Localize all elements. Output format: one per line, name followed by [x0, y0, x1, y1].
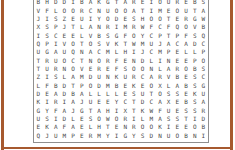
letter-cell: S: [190, 106, 199, 114]
letter-cell: S: [190, 73, 199, 81]
letter-cell: B: [182, 98, 191, 106]
letter-cell: R: [43, 56, 52, 64]
letter-cell: R: [104, 23, 113, 31]
letter-cell: E: [69, 31, 78, 39]
letter-cell: N: [164, 56, 173, 64]
letter-cell: N: [147, 65, 156, 73]
letter-cell: M: [156, 48, 165, 56]
letter-cell: L: [60, 73, 69, 81]
letter-cell: Y: [43, 106, 52, 114]
letter-cell: E: [121, 56, 130, 64]
letter-cell: A: [199, 6, 208, 14]
letter-cell: K: [138, 106, 147, 114]
letter-cell: S: [51, 15, 60, 23]
letter-cell: G: [77, 106, 86, 114]
letter-cell: E: [164, 6, 173, 14]
letter-cell: C: [147, 31, 156, 39]
letter-cell: I: [43, 98, 52, 106]
letter-cell: I: [60, 98, 69, 106]
letter-cell: U: [121, 73, 130, 81]
letter-cell: P: [43, 40, 52, 48]
letter-cell: B: [69, 90, 78, 98]
letter-cell: T: [34, 65, 43, 73]
letter-cell: D: [86, 73, 95, 81]
letter-cell: O: [130, 65, 139, 73]
letter-cell: B: [182, 132, 191, 140]
letter-cell: U: [77, 15, 86, 23]
letter-cell: J: [60, 23, 69, 31]
letter-cell: A: [164, 40, 173, 48]
letter-cell: G: [43, 48, 52, 56]
letter-cell: N: [156, 132, 165, 140]
letter-cell: Q: [69, 48, 78, 56]
letter-cell: I: [43, 73, 52, 81]
letter-cell: T: [147, 90, 156, 98]
letter-cell: F: [112, 56, 121, 64]
letter-cell: W: [199, 15, 208, 23]
letter-cell: T: [130, 98, 139, 106]
letter-cell: G: [112, 31, 121, 39]
letter-cell: U: [164, 106, 173, 114]
letter-cell: O: [138, 123, 147, 131]
letter-cell: M: [104, 48, 113, 56]
letter-cell: Q: [34, 132, 43, 140]
letter-cell: E: [173, 123, 182, 131]
letter-cell: M: [147, 115, 156, 123]
letter-cell: R: [51, 98, 60, 106]
letter-cell: J: [34, 15, 43, 23]
letter-cell: P: [156, 31, 165, 39]
letter-cell: X: [121, 106, 130, 114]
letter-cell: C: [86, 6, 95, 14]
letter-cell: H: [104, 106, 113, 114]
letter-cell: D: [199, 115, 208, 123]
letter-cell: F: [43, 81, 52, 89]
letter-cell: U: [51, 132, 60, 140]
letter-cell: H: [138, 15, 147, 23]
letter-cell: U: [34, 115, 43, 123]
letter-cell: V: [164, 73, 173, 81]
letter-cell: Y: [138, 31, 147, 39]
letter-cell: J: [69, 106, 78, 114]
letter-cell: M: [77, 73, 86, 81]
letter-cell: R: [199, 106, 208, 114]
letter-cell: U: [199, 90, 208, 98]
letter-cell: O: [60, 56, 69, 64]
letter-cell: K: [130, 81, 139, 89]
letter-cell: L: [95, 90, 104, 98]
letter-cell: F: [147, 23, 156, 31]
letter-cell: S: [43, 31, 52, 39]
letter-cell: E: [69, 15, 78, 23]
letter-cell: S: [130, 90, 139, 98]
letter-cell: M: [95, 132, 104, 140]
letter-cell: E: [138, 81, 147, 89]
letter-cell: I: [112, 23, 121, 31]
letter-cell: N: [130, 56, 139, 64]
letter-cell: K: [43, 123, 52, 131]
letter-cell: O: [86, 81, 95, 89]
letter-cell: W: [104, 115, 113, 123]
letter-cell: F: [121, 31, 130, 39]
letter-cell: G: [190, 15, 199, 23]
letter-cell: B: [199, 123, 208, 131]
letter-cell: A: [86, 23, 95, 31]
letter-cell: C: [199, 40, 208, 48]
letter-cell: O: [86, 40, 95, 48]
letter-cell: I: [112, 106, 121, 114]
letter-cell: E: [34, 123, 43, 131]
letter-cell: E: [173, 48, 182, 56]
letter-cell: L: [86, 123, 95, 131]
letter-cell: D: [190, 40, 199, 48]
letter-cell: L: [104, 90, 113, 98]
letter-cell: R: [182, 15, 191, 23]
word-search-page: { "game": { "type": "word-search", "them…: [0, 0, 235, 150]
letter-cell: Q: [199, 31, 208, 39]
letter-cell: E: [77, 132, 86, 140]
letter-cell: U: [86, 98, 95, 106]
letter-cell: O: [121, 6, 130, 14]
letter-cell: S: [190, 31, 199, 39]
letter-cell: O: [95, 115, 104, 123]
letter-cell: S: [173, 90, 182, 98]
letter-cell: C: [69, 56, 78, 64]
letter-cell: I: [112, 132, 121, 140]
letter-cell: A: [182, 40, 191, 48]
letter-cell: T: [164, 31, 173, 39]
letter-cell: E: [86, 65, 95, 73]
letter-cell: D: [60, 90, 69, 98]
letter-cell: A: [199, 98, 208, 106]
letter-cell: N: [77, 48, 86, 56]
letter-cell: K: [190, 90, 199, 98]
letter-cell: A: [77, 90, 86, 98]
letter-cell: F: [156, 106, 165, 114]
letter-cell: O: [112, 6, 121, 14]
letter-cell: S: [164, 115, 173, 123]
letter-cell: U: [51, 56, 60, 64]
letter-cell: M: [138, 40, 147, 48]
letter-cell: P: [173, 31, 182, 39]
letter-cell: A: [130, 6, 139, 14]
letter-cell: C: [173, 40, 182, 48]
letter-cell: A: [51, 123, 60, 131]
letter-cell: R: [121, 115, 130, 123]
letter-cell: E: [95, 98, 104, 106]
letter-cell: L: [164, 81, 173, 89]
letter-cell: E: [77, 115, 86, 123]
letter-cell: N: [95, 23, 104, 31]
page-frame-left-bar: [1, 0, 4, 150]
letter-cell: K: [112, 40, 121, 48]
letter-cell: V: [77, 65, 86, 73]
letter-cell: R: [104, 56, 113, 64]
letter-cell: T: [69, 81, 78, 89]
letter-cell: Y: [130, 132, 139, 140]
letter-cell: A: [164, 65, 173, 73]
letter-cell: E: [43, 90, 52, 98]
letter-cell: C: [147, 98, 156, 106]
letter-cell: P: [199, 48, 208, 56]
letter-cell: A: [51, 90, 60, 98]
letter-cell: E: [104, 65, 113, 73]
letter-cell: O: [182, 23, 191, 31]
letter-cell: A: [173, 81, 182, 89]
letter-cell: S: [43, 23, 52, 31]
letter-cell: T: [77, 40, 86, 48]
letter-cell: S: [190, 81, 199, 89]
letter-cell: T: [104, 123, 113, 131]
letter-cell: E: [182, 90, 191, 98]
letter-cell: I: [164, 123, 173, 131]
letter-cell: O: [69, 6, 78, 14]
letter-cell: W: [147, 106, 156, 114]
letter-cell: R: [130, 23, 139, 31]
letter-cell: O: [156, 15, 165, 23]
letter-cell: S: [173, 115, 182, 123]
letter-cell: I: [51, 115, 60, 123]
letter-cell: J: [138, 48, 147, 56]
letter-cell: T: [77, 56, 86, 64]
letter-cell: F: [51, 106, 60, 114]
letter-cell: O: [147, 81, 156, 89]
letter-cell: D: [138, 56, 147, 64]
letter-cell: U: [104, 6, 113, 14]
letter-cell: U: [95, 73, 104, 81]
letter-cell: L: [112, 48, 121, 56]
letter-cell: D: [34, 90, 43, 98]
letter-cell: A: [69, 73, 78, 81]
letter-cell: F: [182, 31, 191, 39]
letter-cell: V: [34, 6, 43, 14]
letter-cell: M: [104, 81, 113, 89]
letter-cell: E: [121, 81, 130, 89]
letter-cell: K: [112, 73, 121, 81]
letter-cell: U: [164, 132, 173, 140]
letter-cell: V: [86, 31, 95, 39]
letter-cell: V: [190, 23, 199, 31]
letter-cell: T: [182, 115, 191, 123]
letter-cell: P: [164, 48, 173, 56]
letter-cell: S: [51, 73, 60, 81]
letter-cell: P: [69, 132, 78, 140]
letter-cell: U: [182, 6, 191, 14]
letter-cell: B: [95, 31, 104, 39]
letter-cell: S: [182, 106, 191, 114]
letter-cell: O: [95, 56, 104, 64]
letter-cell: E: [173, 56, 182, 64]
letter-cell: R: [95, 65, 104, 73]
letter-cell: J: [77, 98, 86, 106]
letter-cell: S: [130, 15, 139, 23]
letter-cell: E: [121, 90, 130, 98]
letter-cell: N: [95, 6, 104, 14]
letter-cell: U: [43, 65, 52, 73]
letter-cell: L: [77, 31, 86, 39]
letter-cell: N: [190, 132, 199, 140]
word-search-board: BHDDIBAKGTAREIOUREBSVFLOORCNUOOATIMEOUTA…: [33, 0, 209, 143]
letter-cell: O: [138, 65, 147, 73]
letter-cell: O: [147, 15, 156, 23]
letter-cell: I: [147, 6, 156, 14]
letter-cell: F: [60, 123, 69, 131]
letter-cell: U: [138, 90, 147, 98]
letter-cell: E: [182, 123, 191, 131]
letter-cell: L: [147, 56, 156, 64]
letter-cell: O: [112, 115, 121, 123]
letter-cell: E: [182, 56, 191, 64]
letter-cell: E: [121, 15, 130, 23]
letter-cell: N: [86, 56, 95, 64]
letter-cell: T: [121, 40, 130, 48]
letter-cell: L: [77, 23, 86, 31]
letter-cell: R: [156, 73, 165, 81]
letter-cell: F: [164, 23, 173, 31]
page-frame-right-bar: [230, 0, 233, 150]
letter-cell: R: [130, 123, 139, 131]
letter-cell: S: [164, 90, 173, 98]
letter-cell: U: [147, 40, 156, 48]
letter-cell: K: [156, 123, 165, 131]
letter-cell: R: [51, 65, 60, 73]
letter-cell: O: [69, 40, 78, 48]
letter-cell: X: [164, 98, 173, 106]
letter-cell: I: [130, 115, 139, 123]
letter-cell: S: [86, 115, 95, 123]
letter-cell: B: [112, 81, 121, 89]
letter-cell: D: [138, 98, 147, 106]
letter-cell: X: [34, 23, 43, 31]
letter-cell: R: [77, 6, 86, 14]
letter-cell: L: [182, 48, 191, 56]
letter-cell: D: [60, 81, 69, 89]
letter-cell: V: [60, 40, 69, 48]
letter-cell: S: [104, 31, 113, 39]
letter-cell: H: [95, 123, 104, 131]
letter-cell: D: [112, 15, 121, 23]
letter-cell: L: [34, 81, 43, 89]
letter-cell: G: [121, 132, 130, 140]
letter-cell: J: [43, 132, 52, 140]
letter-cell: W: [130, 40, 139, 48]
letter-cell: M: [156, 6, 165, 14]
letter-cell: E: [104, 98, 113, 106]
letter-cell: S: [138, 132, 147, 140]
letter-cell: R: [86, 132, 95, 140]
letter-cell: E: [77, 123, 86, 131]
letter-cell: C: [95, 48, 104, 56]
letter-cell: I: [190, 115, 199, 123]
letter-cell: O: [173, 6, 182, 14]
letter-cell: B: [190, 65, 199, 73]
letter-cell: E: [112, 123, 121, 131]
letter-cell: R: [130, 73, 139, 81]
letter-cell: F: [43, 6, 52, 14]
letter-cell: L: [190, 48, 199, 56]
letter-cell: A: [69, 98, 78, 106]
letter-cell: S: [121, 65, 130, 73]
letter-cell: T: [86, 106, 95, 114]
letter-cell: S: [95, 40, 104, 48]
letter-cell: C: [156, 23, 165, 31]
letter-cell: A: [60, 106, 69, 114]
letter-cell: O: [199, 56, 208, 64]
letter-cell: L: [112, 90, 121, 98]
letter-cell: T: [164, 15, 173, 23]
letter-cell: M: [60, 132, 69, 140]
letter-cell: J: [156, 40, 165, 48]
letter-cell: A: [95, 106, 104, 114]
letter-cell: B: [51, 81, 60, 89]
letter-cell: O: [104, 15, 113, 23]
letter-cell: C: [121, 98, 130, 106]
letter-cell: O: [190, 123, 199, 131]
letter-cell: B: [182, 81, 191, 89]
letter-cell: O: [60, 6, 69, 14]
letter-cell: U: [60, 48, 69, 56]
letter-cell: L: [69, 115, 78, 123]
letter-cell: C: [138, 73, 147, 81]
letter-cell: L: [51, 6, 60, 14]
letter-cell: L: [86, 90, 95, 98]
letter-cell: A: [156, 115, 165, 123]
letter-cell: G: [34, 106, 43, 114]
letter-cell: I: [43, 15, 52, 23]
letter-cell: N: [104, 73, 113, 81]
letter-cell: P: [190, 56, 199, 64]
letter-cell: S: [43, 115, 52, 123]
letter-cell: Y: [112, 98, 121, 106]
letter-grid: BHDDIBAKGTAREIOUREBSVFLOORCNUOOATIMEOUTA…: [34, 0, 208, 140]
letter-cell: I: [86, 15, 95, 23]
letter-cell: E: [60, 31, 69, 39]
letter-cell: M: [121, 23, 130, 31]
letter-cell: D: [60, 115, 69, 123]
letter-cell: T: [190, 6, 199, 14]
letter-cell: T: [34, 56, 43, 64]
letter-cell: E: [173, 106, 182, 114]
letter-cell: G: [199, 81, 208, 89]
letter-cell: W: [138, 23, 147, 31]
letter-cell: A: [51, 48, 60, 56]
letter-cell: L: [156, 65, 165, 73]
letter-cell: I: [199, 132, 208, 140]
letter-cell: C: [199, 73, 208, 81]
letter-cell: E: [173, 98, 182, 106]
letter-cell: I: [51, 40, 60, 48]
letter-cell: I: [34, 31, 43, 39]
letter-cell: R: [173, 65, 182, 73]
letter-cell: T: [138, 6, 147, 14]
letter-cell: A: [86, 48, 95, 56]
letter-cell: O: [130, 31, 139, 39]
letter-cell: P: [51, 23, 60, 31]
letter-cell: E: [182, 73, 191, 81]
letter-cell: O: [173, 132, 182, 140]
letter-cell: Z: [60, 15, 69, 23]
letter-cell: X: [156, 81, 165, 89]
letter-cell: K: [34, 98, 43, 106]
letter-cell: V: [104, 40, 113, 48]
letter-cell: Z: [34, 73, 43, 81]
letter-cell: N: [121, 123, 130, 131]
letter-cell: A: [147, 73, 156, 81]
letter-cell: I: [156, 56, 165, 64]
letter-cell: A: [156, 98, 165, 106]
letter-cell: T: [130, 106, 139, 114]
page-frame-bottom-bar: [4, 147, 230, 149]
